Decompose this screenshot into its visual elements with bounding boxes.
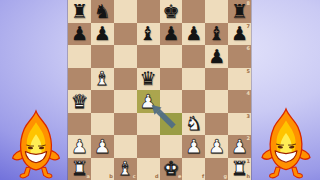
coord-rank-5: 5 — [247, 69, 250, 74]
square-h2[interactable]: ♟2 — [228, 135, 251, 158]
square-e2[interactable] — [160, 135, 183, 158]
square-d2[interactable] — [137, 135, 160, 158]
coord-file-a: a — [87, 174, 90, 179]
square-e6[interactable] — [160, 45, 183, 68]
square-a1[interactable]: ♜a — [68, 158, 91, 181]
black-knight-b8[interactable]: ♞ — [94, 2, 111, 21]
square-b3[interactable] — [91, 113, 114, 136]
white-king-e1[interactable]: ♚ — [162, 159, 179, 178]
square-f5[interactable] — [182, 68, 205, 91]
square-h7[interactable]: ♟7 — [228, 23, 251, 46]
square-b6[interactable] — [91, 45, 114, 68]
square-b4[interactable] — [91, 90, 114, 113]
coord-file-c: c — [133, 174, 136, 179]
square-e3[interactable] — [160, 113, 183, 136]
square-h5[interactable]: 5 — [228, 68, 251, 91]
square-f7[interactable]: ♟ — [182, 23, 205, 46]
square-f8[interactable] — [182, 0, 205, 23]
square-c6[interactable] — [114, 45, 137, 68]
square-f1[interactable]: f — [182, 158, 205, 181]
white-pawn-f2[interactable]: ♟ — [185, 137, 202, 156]
square-g7[interactable]: ♝ — [205, 23, 228, 46]
black-king-e8[interactable]: ♚ — [162, 2, 179, 21]
square-a3[interactable] — [68, 113, 91, 136]
square-h1[interactable]: ♜h1 — [228, 158, 251, 181]
square-d1[interactable]: d — [137, 158, 160, 181]
square-a7[interactable]: ♟ — [68, 23, 91, 46]
square-h8[interactable]: ♜8 — [228, 0, 251, 23]
square-b1[interactable]: b — [91, 158, 114, 181]
coord-file-e: e — [178, 174, 181, 179]
square-g3[interactable] — [205, 113, 228, 136]
square-f2[interactable]: ♟ — [182, 135, 205, 158]
black-bishop-g7[interactable]: ♝ — [208, 24, 225, 43]
square-a2[interactable]: ♟ — [68, 135, 91, 158]
black-pawn-b7[interactable]: ♟ — [94, 24, 111, 43]
square-f3[interactable]: ♞ — [182, 113, 205, 136]
coord-rank-6: 6 — [247, 46, 250, 51]
square-d5[interactable]: ♛ — [137, 68, 160, 91]
coord-rank-4: 4 — [247, 91, 250, 96]
coord-rank-8: 8 — [247, 1, 250, 6]
flame-mascot-left — [7, 109, 65, 180]
square-g2[interactable]: ♟ — [205, 135, 228, 158]
white-rook-a1[interactable]: ♜ — [71, 159, 88, 178]
coord-file-f: f — [202, 174, 204, 179]
black-rook-h8[interactable]: ♜ — [231, 2, 248, 21]
white-bishop-c1[interactable]: ♝ — [117, 159, 134, 178]
square-c1[interactable]: ♝c — [114, 158, 137, 181]
coord-file-b: b — [109, 174, 113, 179]
square-h3[interactable]: 3 — [228, 113, 251, 136]
black-rook-a8[interactable]: ♜ — [71, 2, 88, 21]
black-pawn-a7[interactable]: ♟ — [71, 24, 88, 43]
white-queen-a4[interactable]: ♛ — [71, 92, 88, 111]
square-b8[interactable]: ♞ — [91, 0, 114, 23]
black-pawn-f7[interactable]: ♟ — [185, 24, 202, 43]
square-d7[interactable]: ♝ — [137, 23, 160, 46]
square-c2[interactable] — [114, 135, 137, 158]
black-pawn-e7[interactable]: ♟ — [162, 24, 179, 43]
white-pawn-h2[interactable]: ♟ — [231, 137, 248, 156]
coord-file-d: d — [155, 174, 159, 179]
square-e1[interactable]: ♚e — [160, 158, 183, 181]
coord-rank-7: 7 — [247, 24, 250, 29]
black-pawn-h7[interactable]: ♟ — [231, 24, 248, 43]
square-e4[interactable] — [160, 90, 183, 113]
square-d3[interactable] — [137, 113, 160, 136]
square-g8[interactable] — [205, 0, 228, 23]
square-d4[interactable]: ♟ — [137, 90, 160, 113]
black-queen-d5[interactable]: ♛ — [140, 69, 157, 88]
square-c7[interactable] — [114, 23, 137, 46]
square-d6[interactable] — [137, 45, 160, 68]
white-knight-f3[interactable]: ♞ — [185, 114, 202, 133]
flame-mascot-right — [255, 107, 317, 180]
square-b7[interactable]: ♟ — [91, 23, 114, 46]
square-f4[interactable] — [182, 90, 205, 113]
square-h6[interactable]: 6 — [228, 45, 251, 68]
flame-icon — [7, 109, 65, 180]
square-g5[interactable] — [205, 68, 228, 91]
square-a6[interactable] — [68, 45, 91, 68]
square-g4[interactable] — [205, 90, 228, 113]
screenshot-stage: ♜♞♚♜8♟♟♝♟♟♝♟7♟6♝♛5♛♟4♞3♟♟♟♟♟2♜ab♝cd♚efg♜… — [0, 0, 320, 180]
coord-rank-2: 2 — [247, 136, 250, 141]
coord-file-h: h — [246, 174, 250, 179]
square-a4[interactable]: ♛ — [68, 90, 91, 113]
black-bishop-d7[interactable]: ♝ — [140, 24, 157, 43]
white-bishop-b5[interactable]: ♝ — [94, 69, 111, 88]
square-c4[interactable] — [114, 90, 137, 113]
square-f6[interactable] — [182, 45, 205, 68]
square-c3[interactable] — [114, 113, 137, 136]
square-c5[interactable] — [114, 68, 137, 91]
square-a8[interactable]: ♜ — [68, 0, 91, 23]
coord-file-g: g — [224, 174, 228, 179]
white-pawn-b2[interactable]: ♟ — [94, 137, 111, 156]
square-e7[interactable]: ♟ — [160, 23, 183, 46]
square-a5[interactable] — [68, 68, 91, 91]
square-b5[interactable]: ♝ — [91, 68, 114, 91]
square-d8[interactable] — [137, 0, 160, 23]
black-pawn-g6[interactable]: ♟ — [208, 47, 225, 66]
square-e8[interactable]: ♚ — [160, 0, 183, 23]
flame-icon — [255, 107, 317, 180]
square-g1[interactable]: g — [205, 158, 228, 181]
square-g6[interactable]: ♟ — [205, 45, 228, 68]
square-h4[interactable]: 4 — [228, 90, 251, 113]
square-b2[interactable]: ♟ — [91, 135, 114, 158]
chess-board[interactable]: ♜♞♚♜8♟♟♝♟♟♝♟7♟6♝♛5♛♟4♞3♟♟♟♟♟2♜ab♝cd♚efg♜… — [68, 0, 251, 180]
white-pawn-a2[interactable]: ♟ — [71, 137, 88, 156]
coord-rank-3: 3 — [247, 114, 250, 119]
square-c8[interactable] — [114, 0, 137, 23]
white-pawn-g2[interactable]: ♟ — [208, 137, 225, 156]
white-pawn-d4[interactable]: ♟ — [140, 92, 157, 111]
coord-rank-1: 1 — [247, 159, 250, 164]
square-e5[interactable] — [160, 68, 183, 91]
